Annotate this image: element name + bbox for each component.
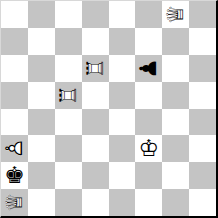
chess-board: ♛♕♜♖♟♜♖♟♙♚♔♚♛♕ bbox=[0, 0, 218, 218]
square-e3[interactable] bbox=[109, 135, 136, 162]
square-e2[interactable] bbox=[109, 162, 136, 189]
white-king-icon: ♚♔ bbox=[135, 135, 162, 162]
square-b8[interactable] bbox=[28, 1, 55, 28]
square-d3[interactable] bbox=[82, 135, 109, 162]
square-g8[interactable]: ♛♕ bbox=[162, 1, 189, 28]
square-d4[interactable] bbox=[82, 109, 109, 136]
square-e8[interactable] bbox=[109, 1, 136, 28]
white-rook-icon: ♜♖ bbox=[82, 55, 109, 82]
white-queen-outline: ♕ bbox=[1, 189, 28, 216]
square-g3[interactable] bbox=[162, 135, 189, 162]
square-b5[interactable] bbox=[28, 82, 55, 109]
square-a5[interactable] bbox=[1, 82, 28, 109]
square-c4[interactable] bbox=[55, 109, 82, 136]
square-f5[interactable] bbox=[135, 82, 162, 109]
square-c2[interactable] bbox=[55, 162, 82, 189]
square-g7[interactable] bbox=[162, 28, 189, 55]
chess-diagram: ♛♕♜♖♟♜♖♟♙♚♔♚♛♕ bbox=[0, 0, 218, 218]
square-c6[interactable] bbox=[55, 55, 82, 82]
square-f4[interactable] bbox=[135, 109, 162, 136]
square-b4[interactable] bbox=[28, 109, 55, 136]
square-c5[interactable]: ♜♖ bbox=[55, 82, 82, 109]
square-c7[interactable] bbox=[55, 28, 82, 55]
square-f6[interactable]: ♟ bbox=[135, 55, 162, 82]
square-d1[interactable] bbox=[82, 189, 109, 216]
square-b1[interactable] bbox=[28, 189, 55, 216]
square-a2[interactable]: ♚ bbox=[1, 162, 28, 189]
square-g2[interactable] bbox=[162, 162, 189, 189]
square-a3[interactable]: ♟♙ bbox=[1, 135, 28, 162]
white-rook-outline: ♖ bbox=[55, 82, 82, 109]
square-h2[interactable] bbox=[189, 162, 216, 189]
square-g5[interactable] bbox=[162, 82, 189, 109]
square-a6[interactable] bbox=[1, 55, 28, 82]
square-h5[interactable] bbox=[189, 82, 216, 109]
white-pawn-icon: ♟♙ bbox=[1, 135, 28, 162]
square-a7[interactable] bbox=[1, 28, 28, 55]
square-d8[interactable] bbox=[82, 1, 109, 28]
square-b2[interactable] bbox=[28, 162, 55, 189]
square-a1[interactable]: ♛♕ bbox=[1, 189, 28, 216]
square-d6[interactable]: ♜♖ bbox=[82, 55, 109, 82]
square-b6[interactable] bbox=[28, 55, 55, 82]
white-rook-icon: ♜♖ bbox=[55, 82, 82, 109]
square-b3[interactable] bbox=[28, 135, 55, 162]
white-queen-outline: ♕ bbox=[162, 1, 189, 28]
black-pawn-icon: ♟ bbox=[135, 55, 162, 82]
square-h3[interactable] bbox=[189, 135, 216, 162]
square-g4[interactable] bbox=[162, 109, 189, 136]
black-pawn-glyph: ♟ bbox=[135, 55, 162, 82]
square-e5[interactable] bbox=[109, 82, 136, 109]
square-e7[interactable] bbox=[109, 28, 136, 55]
square-a4[interactable] bbox=[1, 109, 28, 136]
square-h1[interactable] bbox=[189, 189, 216, 216]
square-c3[interactable] bbox=[55, 135, 82, 162]
black-king-icon: ♚ bbox=[1, 162, 28, 189]
square-f2[interactable] bbox=[135, 162, 162, 189]
white-queen-icon: ♛♕ bbox=[1, 189, 28, 216]
square-d2[interactable] bbox=[82, 162, 109, 189]
square-d5[interactable] bbox=[82, 82, 109, 109]
square-c1[interactable] bbox=[55, 189, 82, 216]
square-f3[interactable]: ♚♔ bbox=[135, 135, 162, 162]
square-h7[interactable] bbox=[189, 28, 216, 55]
white-pawn-outline: ♙ bbox=[1, 135, 28, 162]
white-queen-icon: ♛♕ bbox=[162, 1, 189, 28]
square-h8[interactable] bbox=[189, 1, 216, 28]
square-g6[interactable] bbox=[162, 55, 189, 82]
square-e6[interactable] bbox=[109, 55, 136, 82]
square-h4[interactable] bbox=[189, 109, 216, 136]
square-f1[interactable] bbox=[135, 189, 162, 216]
white-rook-outline: ♖ bbox=[82, 55, 109, 82]
square-a8[interactable] bbox=[1, 1, 28, 28]
square-c8[interactable] bbox=[55, 1, 82, 28]
square-e4[interactable] bbox=[109, 109, 136, 136]
square-g1[interactable] bbox=[162, 189, 189, 216]
square-e1[interactable] bbox=[109, 189, 136, 216]
square-h6[interactable] bbox=[189, 55, 216, 82]
square-d7[interactable] bbox=[82, 28, 109, 55]
black-king-glyph: ♚ bbox=[1, 162, 28, 189]
white-king-outline: ♔ bbox=[135, 135, 162, 162]
square-f7[interactable] bbox=[135, 28, 162, 55]
square-b7[interactable] bbox=[28, 28, 55, 55]
square-f8[interactable] bbox=[135, 1, 162, 28]
